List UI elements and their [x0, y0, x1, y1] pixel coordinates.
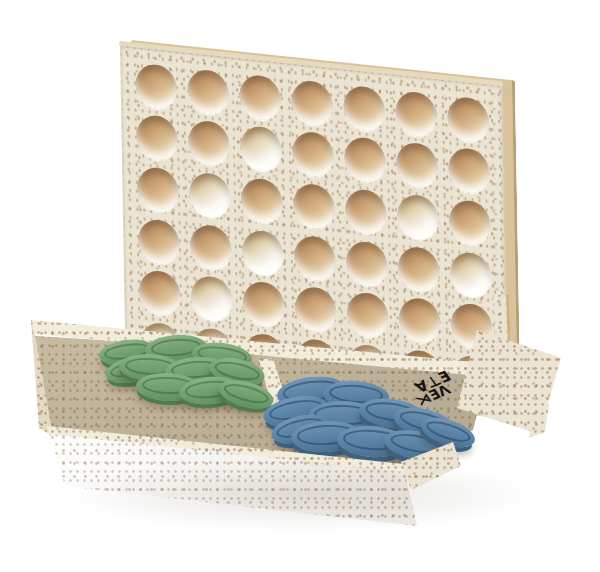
empty-hole-icon [345, 240, 387, 288]
board-cell-r1c4 [285, 74, 338, 131]
empty-hole-icon [397, 245, 439, 293]
board-cell-r4c7 [444, 246, 497, 303]
empty-hole-icon [240, 125, 282, 173]
board-cell-r3c5 [339, 183, 392, 240]
board-cell-r2c2 [182, 115, 235, 172]
board-cell-r5c6 [393, 292, 446, 349]
empty-hole-icon [188, 120, 230, 168]
board-cell-r3c6 [391, 189, 444, 246]
board-cell-r4c6 [392, 241, 445, 298]
board-cell-r1c7 [441, 91, 494, 148]
board-cell-r5c3 [237, 276, 290, 333]
empty-hole-icon [398, 297, 440, 345]
empty-hole-icon [450, 302, 492, 350]
empty-hole-icon [449, 251, 491, 299]
board-cell-r5c5 [341, 287, 394, 344]
empty-hole-icon [397, 193, 439, 241]
board-cell-r3c2 [183, 167, 236, 224]
empty-hole-icon [346, 291, 388, 339]
empty-hole-icon [137, 166, 179, 214]
board-cell-r2c4 [286, 126, 339, 183]
board-cell-r4c4 [288, 230, 341, 287]
board-cell-r1c2 [181, 63, 234, 120]
empty-hole-icon [399, 349, 441, 397]
board-cell-r3c4 [287, 178, 340, 235]
board-cell-r3c1 [131, 162, 184, 219]
board-cell-r1c5 [337, 80, 390, 137]
board-cell-r4c1 [132, 213, 185, 270]
empty-hole-icon [189, 171, 231, 219]
empty-hole-icon [294, 286, 336, 334]
board-cell-r3c7 [443, 194, 496, 251]
board-cell-r4c3 [236, 224, 289, 281]
empty-hole-icon [241, 229, 283, 277]
empty-hole-icon [345, 188, 387, 236]
empty-hole-icon [138, 269, 180, 317]
ground-shadow [40, 455, 560, 535]
empty-hole-icon [293, 234, 335, 282]
empty-hole-icon [187, 68, 229, 116]
board-cell-r4c2 [184, 219, 237, 276]
board-cell-r2c3 [234, 121, 287, 178]
board-cell-r5c1 [133, 265, 186, 322]
board-cell-r1c1 [129, 58, 182, 115]
empty-hole-icon [449, 199, 491, 247]
empty-hole-icon [291, 79, 333, 127]
empty-hole-icon [293, 182, 335, 230]
empty-hole-icon [343, 84, 385, 132]
board-cell-r6c7 [446, 350, 499, 407]
empty-hole-icon [447, 95, 489, 143]
board-cell-r3c3 [235, 172, 288, 229]
board-cell-r5c2 [185, 271, 238, 328]
board-cell-r5c7 [445, 298, 498, 355]
empty-hole-icon [242, 280, 284, 328]
empty-hole-icon [239, 73, 281, 121]
board-cell-r6c6 [394, 344, 447, 401]
empty-hole-icon [241, 177, 283, 225]
empty-hole-icon [137, 218, 179, 266]
empty-hole-icon [395, 90, 437, 138]
board-cell-r2c1 [130, 110, 183, 167]
board-cell-r5c4 [289, 281, 342, 338]
empty-hole-icon [292, 131, 334, 179]
empty-hole-icon [135, 62, 177, 110]
board-cell-r1c3 [233, 69, 286, 126]
board-cell-r2c7 [442, 143, 495, 200]
empty-hole-icon [189, 223, 231, 271]
board-cell-r2c6 [390, 137, 443, 194]
board-cell-r2c5 [338, 132, 391, 189]
product-photo: ∀⊥Ǝ ⋊ƎΛ [0, 0, 600, 572]
empty-hole-icon [396, 142, 438, 190]
empty-hole-icon [344, 136, 386, 184]
board-cell-r4c5 [340, 235, 393, 292]
empty-hole-icon [451, 354, 493, 402]
empty-hole-icon [448, 147, 490, 195]
empty-hole-icon [136, 114, 178, 162]
empty-hole-icon [190, 275, 232, 323]
board-cell-r1c6 [389, 85, 442, 142]
